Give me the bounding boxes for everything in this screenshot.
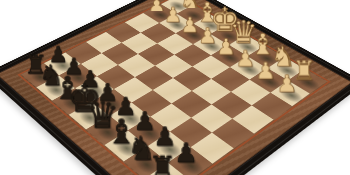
product-photo-stage: ♜♞♝♚♛♝♞♜♟♟♟♟♟♟♟♟♟♟♟♟♟♟♟♟♜♞♝♚♛♝♞♜: [0, 0, 350, 175]
black-rook[interactable]: ♜: [135, 152, 188, 175]
chess-board: ♜♞♝♚♛♝♞♜♟♟♟♟♟♟♟♟♟♟♟♟♟♟♟♟♜♞♝♚♛♝♞♜: [21, 0, 326, 175]
white-pawn[interactable]: ♟: [263, 72, 308, 96]
square-a8[interactable]: ♜: [144, 163, 189, 175]
board-scene: ♜♞♝♚♛♝♞♜♟♟♟♟♟♟♟♟♟♟♟♟♟♟♟♟♜♞♝♚♛♝♞♜: [0, 0, 350, 175]
